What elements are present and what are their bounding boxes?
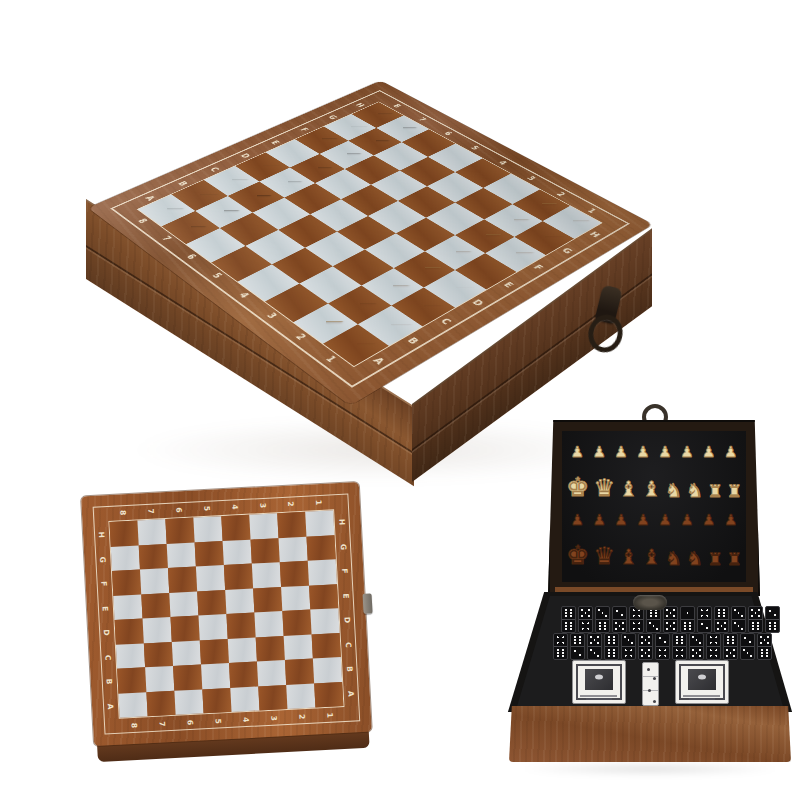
main-chess-box: ABCDEFGH ABCDEFGH 87654321 87654321 ♜♞♝♛… bbox=[0, 0, 800, 800]
piece-glyph: ♜ bbox=[326, 285, 385, 351]
main-board: ABCDEFGH ABCDEFGH 87654321 87654321 ♜♞♝♛… bbox=[88, 81, 653, 406]
product-photo: ABCDEFGH ABCDEFGH 87654321 87654321 ♜♞♝♛… bbox=[0, 0, 800, 800]
base-latch bbox=[633, 595, 667, 610]
board-3d-scene: ABCDEFGH ABCDEFGH 87654321 87654321 ♜♞♝♛… bbox=[0, 0, 800, 800]
piece-glyph: ♟ bbox=[169, 183, 213, 232]
